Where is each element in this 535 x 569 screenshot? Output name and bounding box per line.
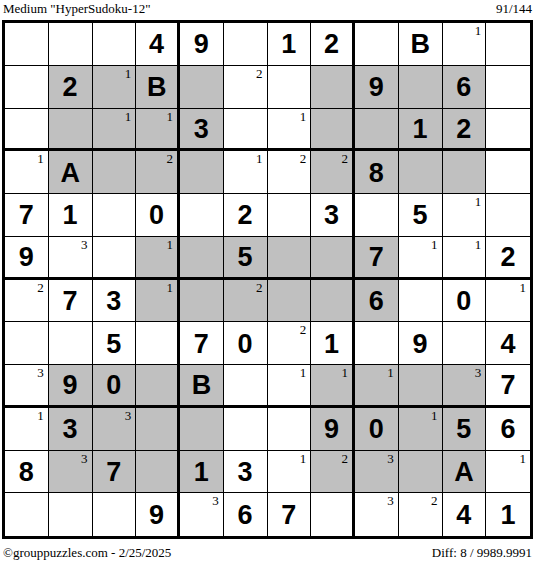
cell-value: 1 — [324, 331, 339, 358]
cell-r3c8[interactable] — [311, 109, 355, 152]
cell-r8c9[interactable] — [355, 322, 399, 365]
cell-value: 1 — [63, 202, 78, 229]
cell-value: 1 — [194, 459, 209, 486]
cell-value: 7 — [369, 244, 384, 271]
cell-r10c12[interactable]: 6 — [486, 408, 530, 451]
cell-r7c10[interactable] — [399, 280, 443, 323]
cell-value: 5 — [413, 202, 428, 229]
cell-r2c9[interactable]: 9 — [355, 66, 399, 109]
pencil-mark: 3 — [37, 366, 44, 379]
cell-r11c3[interactable]: 7 — [93, 451, 137, 494]
difficulty-label: Diff: 8 / 9989.9991 — [432, 545, 532, 560]
cell-r5c7[interactable] — [268, 194, 312, 237]
cell-value: 0 — [456, 288, 471, 315]
pencil-mark: 2 — [256, 281, 263, 294]
pencil-mark: 2 — [167, 152, 174, 165]
cell-r7c9[interactable]: 6 — [355, 280, 399, 323]
pencil-mark: 3 — [387, 452, 394, 465]
cell-r4c4[interactable]: 2 — [136, 151, 180, 194]
cell-r4c12[interactable] — [486, 151, 530, 194]
cell-r7c3[interactable]: 3 — [93, 280, 137, 323]
cell-r4c10[interactable] — [399, 151, 443, 194]
cell-r10c7[interactable] — [268, 408, 312, 451]
cell-value: 5 — [106, 331, 121, 358]
cell-r8c10[interactable]: 9 — [399, 322, 443, 365]
cell-r7c8[interactable] — [311, 280, 355, 323]
cell-r3c3[interactable]: 1 — [93, 109, 137, 152]
pencil-mark: 1 — [520, 281, 527, 294]
cell-r4c3[interactable] — [93, 151, 137, 194]
cell-r9c8[interactable]: 1 — [311, 365, 355, 408]
cell-r10c5[interactable] — [180, 408, 224, 451]
cell-value: 8 — [19, 459, 34, 486]
cell-r9c3[interactable]: 0 — [93, 365, 137, 408]
cell-value: 3 — [63, 416, 78, 443]
cell-r10c8[interactable]: 9 — [311, 408, 355, 451]
cell-value: 2 — [238, 202, 253, 229]
cell-r9c2[interactable]: 9 — [49, 365, 93, 408]
cell-r11c10[interactable] — [399, 451, 443, 494]
cell-r6c12[interactable]: 2 — [486, 237, 530, 280]
cell-r12c5[interactable]: 3 — [180, 493, 224, 536]
cell-r1c5[interactable]: 9 — [180, 23, 224, 66]
cell-r6c10[interactable]: 1 — [399, 237, 443, 280]
cell-value: 3 — [324, 202, 339, 229]
cell-r10c4[interactable] — [136, 408, 180, 451]
pencil-mark: 2 — [37, 281, 44, 294]
pencil-mark: 3 — [125, 409, 132, 422]
cell-r8c2[interactable] — [49, 322, 93, 365]
cell-value: 7 — [106, 459, 121, 486]
cell-r5c10[interactable]: 5 — [399, 194, 443, 237]
cell-r1c1[interactable] — [5, 23, 49, 66]
cell-r6c5[interactable] — [180, 237, 224, 280]
cell-r4c1[interactable]: 1 — [5, 151, 49, 194]
cell-r11c6[interactable]: 3 — [224, 451, 268, 494]
pencil-mark: 1 — [342, 366, 349, 379]
cell-value: 8 — [369, 160, 384, 187]
cell-r11c12[interactable]: 1 — [486, 451, 530, 494]
cell-r7c1[interactable]: 2 — [5, 280, 49, 323]
cell-r1c4[interactable]: 4 — [136, 23, 180, 66]
cell-r1c10[interactable]: B — [399, 23, 443, 66]
pencil-mark: 1 — [300, 452, 307, 465]
cell-value: 3 — [106, 288, 121, 315]
cell-value: 2 — [501, 244, 516, 271]
cell-value: 7 — [63, 288, 78, 315]
cell-r5c8[interactable]: 3 — [311, 194, 355, 237]
cell-r6c11[interactable]: 1 — [443, 237, 487, 280]
cell-r11c5[interactable]: 1 — [180, 451, 224, 494]
cell-r7c5[interactable] — [180, 280, 224, 323]
cell-r1c3[interactable] — [93, 23, 137, 66]
cell-r12c9[interactable]: 3 — [355, 493, 399, 536]
cell-r10c3[interactable]: 3 — [93, 408, 137, 451]
cell-value: 9 — [194, 31, 209, 58]
cell-r5c5[interactable] — [180, 194, 224, 237]
cell-value: 7 — [19, 202, 34, 229]
pencil-mark: 2 — [300, 152, 307, 165]
cell-r12c6[interactable]: 6 — [224, 493, 268, 536]
pencil-mark: 1 — [387, 366, 394, 379]
puzzle-title: Medium "HyperSudoku-12" — [3, 1, 150, 16]
cell-value: 9 — [63, 372, 78, 399]
cell-r1c8[interactable]: 2 — [311, 23, 355, 66]
cell-r11c11[interactable]: A — [443, 451, 487, 494]
cell-r8c5[interactable]: 7 — [180, 322, 224, 365]
cell-r5c6[interactable]: 2 — [224, 194, 268, 237]
cell-r1c9[interactable] — [355, 23, 399, 66]
pencil-mark: 2 — [300, 323, 307, 336]
cell-r5c1[interactable]: 7 — [5, 194, 49, 237]
cell-value: B — [192, 372, 212, 399]
pencil-mark: 1 — [167, 110, 174, 123]
cell-value: 2 — [63, 74, 78, 101]
cell-r7c12[interactable]: 1 — [486, 280, 530, 323]
cell-r12c8[interactable] — [311, 493, 355, 536]
header: Medium "HyperSudoku-12" 91/144 — [3, 1, 532, 18]
cell-value: 0 — [106, 372, 121, 399]
cell-r6c1[interactable]: 9 — [5, 237, 49, 280]
cell-r4c9[interactable]: 8 — [355, 151, 399, 194]
cell-r11c8[interactable]: 2 — [311, 451, 355, 494]
cell-r7c6[interactable]: 2 — [224, 280, 268, 323]
cell-r7c4[interactable]: 1 — [136, 280, 180, 323]
pencil-mark: 1 — [431, 409, 438, 422]
cell-r2c3[interactable]: 1 — [93, 66, 137, 109]
cell-r9c4[interactable] — [136, 365, 180, 408]
pencil-mark: 2 — [342, 452, 349, 465]
cell-r8c11[interactable] — [443, 322, 487, 365]
cell-r6c2[interactable]: 3 — [49, 237, 93, 280]
cell-r4c2[interactable]: A — [49, 151, 93, 194]
cell-value: A — [60, 160, 80, 187]
cell-value: 5 — [456, 416, 471, 443]
cell-value: 7 — [281, 502, 296, 529]
cell-r11c4[interactable] — [136, 451, 180, 494]
cell-value: 0 — [238, 331, 253, 358]
cell-r2c5[interactable] — [180, 66, 224, 109]
cell-r9c6[interactable] — [224, 365, 268, 408]
cell-r1c12[interactable] — [486, 23, 530, 66]
cell-r3c4[interactable]: 1 — [136, 109, 180, 152]
pencil-mark: 1 — [475, 238, 482, 251]
cell-value: 0 — [149, 202, 164, 229]
cells-remaining-counter: 91/144 — [496, 1, 532, 16]
pencil-mark: 1 — [37, 409, 44, 422]
cell-r3c11[interactable]: 2 — [443, 109, 487, 152]
cell-r4c8[interactable]: 2 — [311, 151, 355, 194]
cell-value: 1 — [281, 31, 296, 58]
cell-r8c8[interactable]: 1 — [311, 322, 355, 365]
cell-r2c10[interactable] — [399, 66, 443, 109]
cell-r4c5[interactable] — [180, 151, 224, 194]
cell-value: 5 — [238, 244, 253, 271]
pencil-mark: 3 — [81, 452, 88, 465]
cell-r10c10[interactable]: 1 — [399, 408, 443, 451]
pencil-mark: 1 — [125, 110, 132, 123]
pencil-mark: 1 — [300, 366, 307, 379]
cell-r1c2[interactable] — [49, 23, 93, 66]
cell-r8c1[interactable] — [5, 322, 49, 365]
cell-value: 7 — [194, 331, 209, 358]
cell-r10c2[interactable]: 3 — [49, 408, 93, 451]
cell-value: 1 — [413, 116, 428, 143]
cell-r3c1[interactable] — [5, 109, 49, 152]
pencil-mark: 3 — [475, 366, 482, 379]
pencil-mark: 3 — [212, 494, 219, 507]
cell-r3c12[interactable] — [486, 109, 530, 152]
cell-r10c11[interactable]: 5 — [443, 408, 487, 451]
cell-r9c5[interactable]: B — [180, 365, 224, 408]
pencil-mark: 2 — [256, 67, 263, 80]
cell-value: 0 — [369, 416, 384, 443]
copyright-date: ©grouppuzzles.com - 2/25/2025 — [3, 545, 171, 560]
cell-r10c9[interactable]: 0 — [355, 408, 399, 451]
cell-r2c6[interactable]: 2 — [224, 66, 268, 109]
cell-r1c6[interactable] — [224, 23, 268, 66]
cell-r11c7[interactable]: 1 — [268, 451, 312, 494]
pencil-mark: 2 — [342, 152, 349, 165]
cell-r5c4[interactable]: 0 — [136, 194, 180, 237]
cell-r10c1[interactable]: 1 — [5, 408, 49, 451]
pencil-mark: 1 — [431, 238, 438, 251]
cell-r2c2[interactable]: 2 — [49, 66, 93, 109]
cell-r2c4[interactable]: B — [136, 66, 180, 109]
pencil-mark: 1 — [125, 67, 132, 80]
cell-r5c12[interactable] — [486, 194, 530, 237]
cell-r9c9[interactable]: 1 — [355, 365, 399, 408]
cell-value: 4 — [501, 331, 516, 358]
cell-r3c9[interactable] — [355, 109, 399, 152]
cell-r6c7[interactable] — [268, 237, 312, 280]
cell-r9c10[interactable] — [399, 365, 443, 408]
cell-value: 9 — [369, 74, 384, 101]
cell-r10c6[interactable] — [224, 408, 268, 451]
cell-value: 9 — [149, 502, 164, 529]
cell-r3c10[interactable]: 1 — [399, 109, 443, 152]
cell-r7c2[interactable]: 7 — [49, 280, 93, 323]
cell-r9c12[interactable]: 7 — [486, 365, 530, 408]
cell-value: 4 — [456, 502, 471, 529]
cell-r3c5[interactable]: 3 — [180, 109, 224, 152]
cell-r6c8[interactable] — [311, 237, 355, 280]
cell-r3c2[interactable] — [49, 109, 93, 152]
cell-r12c11[interactable]: 4 — [443, 493, 487, 536]
cell-r2c12[interactable] — [486, 66, 530, 109]
cell-r5c2[interactable]: 1 — [49, 194, 93, 237]
cell-r4c7[interactable]: 2 — [268, 151, 312, 194]
cell-value: 3 — [238, 459, 253, 486]
cell-r12c10[interactable]: 2 — [399, 493, 443, 536]
cell-value: 6 — [501, 416, 516, 443]
cell-value: 9 — [324, 416, 339, 443]
pencil-mark: 3 — [387, 494, 394, 507]
cell-r5c11[interactable]: 1 — [443, 194, 487, 237]
cell-r2c8[interactable] — [311, 66, 355, 109]
cell-r3c7[interactable]: 1 — [268, 109, 312, 152]
cell-r4c6[interactable]: 1 — [224, 151, 268, 194]
cell-r12c4[interactable]: 9 — [136, 493, 180, 536]
cell-r2c1[interactable] — [5, 66, 49, 109]
cell-value: 7 — [501, 372, 516, 399]
cell-r1c11[interactable]: 1 — [443, 23, 487, 66]
cell-r7c7[interactable] — [268, 280, 312, 323]
cell-value: A — [454, 459, 474, 486]
cell-r7c11[interactable]: 0 — [443, 280, 487, 323]
pencil-mark: 1 — [520, 452, 527, 465]
cell-r5c9[interactable] — [355, 194, 399, 237]
pencil-mark: 3 — [81, 238, 88, 251]
cell-value: 3 — [194, 116, 209, 143]
cell-value: B — [410, 31, 430, 58]
cell-r3c6[interactable] — [224, 109, 268, 152]
cell-r12c12[interactable]: 1 — [486, 493, 530, 536]
cell-r6c6[interactable]: 5 — [224, 237, 268, 280]
cell-r2c11[interactable]: 6 — [443, 66, 487, 109]
pencil-mark: 2 — [431, 494, 438, 507]
cell-r2c7[interactable] — [268, 66, 312, 109]
cell-value: B — [147, 74, 167, 101]
pencil-mark: 1 — [475, 24, 482, 37]
cell-r6c9[interactable]: 7 — [355, 237, 399, 280]
sudoku-board: 4912B121B2961131121A21228710235193157112… — [2, 20, 533, 539]
cell-r8c12[interactable]: 4 — [486, 322, 530, 365]
cell-r4c11[interactable] — [443, 151, 487, 194]
pencil-mark: 1 — [167, 281, 174, 294]
cell-value: 6 — [369, 288, 384, 315]
cell-r8c6[interactable]: 0 — [224, 322, 268, 365]
cell-value: 6 — [456, 74, 471, 101]
cell-value: 1 — [501, 502, 516, 529]
cell-r12c2[interactable] — [49, 493, 93, 536]
cell-value: 2 — [456, 116, 471, 143]
pencil-mark: 1 — [167, 238, 174, 251]
cell-r6c3[interactable] — [93, 237, 137, 280]
cell-value: 9 — [19, 244, 34, 271]
cell-r9c7[interactable]: 1 — [268, 365, 312, 408]
cell-value: 4 — [149, 31, 164, 58]
cell-value: 6 — [238, 502, 253, 529]
pencil-mark: 1 — [475, 195, 482, 208]
cell-r9c1[interactable]: 3 — [5, 365, 49, 408]
cell-r9c11[interactable]: 3 — [443, 365, 487, 408]
footer: ©grouppuzzles.com - 2/25/2025 Diff: 8 / … — [3, 545, 532, 565]
cell-r5c3[interactable] — [93, 194, 137, 237]
cell-r1c7[interactable]: 1 — [268, 23, 312, 66]
cell-r11c9[interactable]: 3 — [355, 451, 399, 494]
cell-r12c3[interactable] — [93, 493, 137, 536]
cell-r8c3[interactable]: 5 — [93, 322, 137, 365]
pencil-mark: 1 — [300, 110, 307, 123]
pencil-mark: 1 — [256, 152, 263, 165]
cell-r11c2[interactable]: 3 — [49, 451, 93, 494]
cell-r8c4[interactable] — [136, 322, 180, 365]
cell-r6c4[interactable]: 1 — [136, 237, 180, 280]
pencil-mark: 1 — [37, 152, 44, 165]
cell-r11c1[interactable]: 8 — [5, 451, 49, 494]
cell-r12c7[interactable]: 7 — [268, 493, 312, 536]
cell-r12c1[interactable] — [5, 493, 49, 536]
cell-value: 2 — [324, 31, 339, 58]
cell-r8c7[interactable]: 2 — [268, 322, 312, 365]
cell-value: 9 — [413, 331, 428, 358]
